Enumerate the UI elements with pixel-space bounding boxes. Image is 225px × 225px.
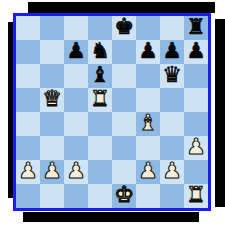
- square-d6[interactable]: ♝: [88, 64, 112, 88]
- square-c3[interactable]: [64, 136, 88, 160]
- square-f4[interactable]: ♝: [136, 112, 160, 136]
- white-rook-d5[interactable]: ♜: [90, 87, 110, 111]
- square-d7[interactable]: ♞: [88, 40, 112, 64]
- square-c5[interactable]: [64, 88, 88, 112]
- square-g7[interactable]: ♟: [160, 40, 184, 64]
- white-rook-h1[interactable]: ♜: [186, 183, 206, 207]
- white-queen-b5[interactable]: ♛: [42, 87, 62, 111]
- square-a1[interactable]: [16, 184, 40, 208]
- square-e8[interactable]: ♚: [112, 16, 136, 40]
- square-h7[interactable]: ♟: [184, 40, 208, 64]
- square-h6[interactable]: [184, 64, 208, 88]
- square-e6[interactable]: [112, 64, 136, 88]
- black-knight-d7[interactable]: ♞: [90, 39, 110, 63]
- square-d3[interactable]: [88, 136, 112, 160]
- board-frame-right: [215, 19, 225, 207]
- square-a8[interactable]: [16, 16, 40, 40]
- square-f2[interactable]: ♟: [136, 160, 160, 184]
- square-b3[interactable]: [40, 136, 64, 160]
- square-g3[interactable]: [160, 136, 184, 160]
- square-h2[interactable]: [184, 160, 208, 184]
- square-f1[interactable]: [136, 184, 160, 208]
- square-h8[interactable]: ♜: [184, 16, 208, 40]
- square-g1[interactable]: [160, 184, 184, 208]
- white-pawn-g2[interactable]: ♟: [162, 159, 182, 183]
- square-g4[interactable]: [160, 112, 184, 136]
- square-a4[interactable]: [16, 112, 40, 136]
- square-b6[interactable]: [40, 64, 64, 88]
- white-pawn-c2[interactable]: ♟: [66, 159, 86, 183]
- white-pawn-h3[interactable]: ♟: [186, 135, 206, 159]
- square-g2[interactable]: ♟: [160, 160, 184, 184]
- square-a7[interactable]: [16, 40, 40, 64]
- black-king-e8[interactable]: ♚: [114, 15, 134, 39]
- square-h4[interactable]: [184, 112, 208, 136]
- square-c2[interactable]: ♟: [64, 160, 88, 184]
- black-bishop-d6[interactable]: ♝: [90, 63, 110, 87]
- black-pawn-g7[interactable]: ♟: [162, 39, 182, 63]
- square-b1[interactable]: [40, 184, 64, 208]
- chess-diagram: ♚♜♟♞♟♟♟♝♛♛♜♝♟♟♟♟♟♟♚♜: [0, 0, 225, 225]
- board-frame-bottom: [23, 212, 199, 222]
- square-f8[interactable]: [136, 16, 160, 40]
- square-c8[interactable]: [64, 16, 88, 40]
- white-king-e1[interactable]: ♚: [114, 183, 134, 207]
- black-queen-g6[interactable]: ♛: [162, 63, 182, 87]
- square-a2[interactable]: ♟: [16, 160, 40, 184]
- square-b8[interactable]: [40, 16, 64, 40]
- black-pawn-c7[interactable]: ♟: [66, 39, 86, 63]
- square-f3[interactable]: [136, 136, 160, 160]
- square-h1[interactable]: ♜: [184, 184, 208, 208]
- square-f5[interactable]: [136, 88, 160, 112]
- square-h3[interactable]: ♟: [184, 136, 208, 160]
- square-c7[interactable]: ♟: [64, 40, 88, 64]
- square-e7[interactable]: [112, 40, 136, 64]
- square-g8[interactable]: [160, 16, 184, 40]
- square-e1[interactable]: ♚: [112, 184, 136, 208]
- square-a6[interactable]: [16, 64, 40, 88]
- square-g6[interactable]: ♛: [160, 64, 184, 88]
- square-b7[interactable]: [40, 40, 64, 64]
- black-rook-h8[interactable]: ♜: [186, 15, 206, 39]
- square-h5[interactable]: [184, 88, 208, 112]
- white-pawn-b2[interactable]: ♟: [42, 159, 62, 183]
- square-b2[interactable]: ♟: [40, 160, 64, 184]
- black-pawn-f7[interactable]: ♟: [138, 39, 158, 63]
- square-d5[interactable]: ♜: [88, 88, 112, 112]
- square-a5[interactable]: [16, 88, 40, 112]
- square-e3[interactable]: [112, 136, 136, 160]
- square-c6[interactable]: [64, 64, 88, 88]
- white-pawn-a2[interactable]: ♟: [18, 159, 38, 183]
- square-b5[interactable]: ♛: [40, 88, 64, 112]
- square-c1[interactable]: [64, 184, 88, 208]
- square-e2[interactable]: [112, 160, 136, 184]
- square-e4[interactable]: [112, 112, 136, 136]
- square-d2[interactable]: [88, 160, 112, 184]
- square-c4[interactable]: [64, 112, 88, 136]
- square-d4[interactable]: [88, 112, 112, 136]
- square-f6[interactable]: [136, 64, 160, 88]
- square-d8[interactable]: [88, 16, 112, 40]
- white-pawn-f2[interactable]: ♟: [138, 159, 158, 183]
- square-b4[interactable]: [40, 112, 64, 136]
- board-frame-top: [28, 2, 215, 13]
- chess-board: ♚♜♟♞♟♟♟♝♛♛♜♝♟♟♟♟♟♟♚♜: [13, 13, 211, 211]
- square-f7[interactable]: ♟: [136, 40, 160, 64]
- black-pawn-h7[interactable]: ♟: [186, 39, 206, 63]
- square-e5[interactable]: [112, 88, 136, 112]
- white-bishop-f4[interactable]: ♝: [138, 111, 158, 135]
- square-a3[interactable]: [16, 136, 40, 160]
- square-d1[interactable]: [88, 184, 112, 208]
- square-g5[interactable]: [160, 88, 184, 112]
